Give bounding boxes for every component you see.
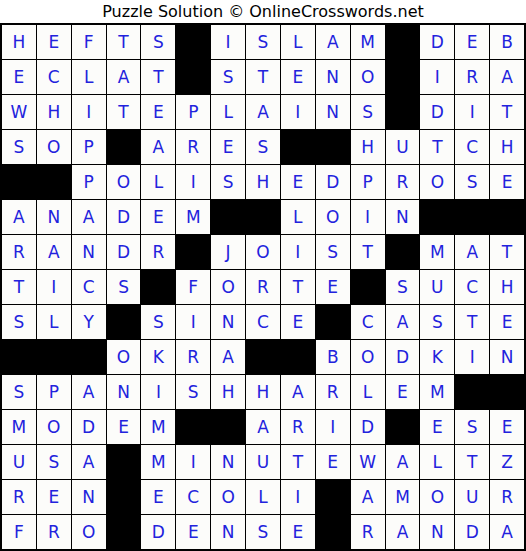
black-cell [107, 445, 141, 479]
grid-cell: H [490, 270, 524, 304]
grid-cell: K [141, 340, 175, 374]
grid-cell: O [420, 165, 454, 199]
grid-cell: H [211, 375, 245, 409]
grid-cell: E [141, 200, 175, 234]
grid-cell: R [37, 515, 71, 549]
grid-cell: W [351, 445, 385, 479]
grid-cell: E [281, 305, 315, 339]
grid-cell: S [386, 270, 420, 304]
grid-cell: A [141, 130, 175, 164]
grid-cell: A [455, 235, 489, 269]
crossword-grid: HEFTSISLAMDEBECLATSTENOIRAWHITEPLAINSDIT… [0, 23, 526, 551]
grid-cell: N [211, 305, 245, 339]
grid-cell: D [420, 25, 454, 59]
grid-cell: E [490, 305, 524, 339]
black-cell [211, 410, 245, 444]
grid-cell: C [455, 130, 489, 164]
grid-cell: O [316, 200, 350, 234]
grid-cell: U [455, 480, 489, 514]
grid-cell: H [246, 165, 280, 199]
puzzle-solution-page: Puzzle Solution © OnlineCrosswords.net H… [0, 0, 526, 551]
grid-cell: I [37, 270, 71, 304]
grid-cell: L [141, 165, 175, 199]
grid-cell: R [246, 270, 280, 304]
grid-cell: A [72, 375, 106, 409]
grid-cell: O [37, 130, 71, 164]
grid-cell: M [176, 200, 210, 234]
grid-cell: H [246, 375, 280, 409]
grid-cell: S [2, 130, 36, 164]
grid-cell: U [2, 445, 36, 479]
black-cell [490, 375, 524, 409]
grid-cell: H [351, 130, 385, 164]
grid-cell: M [351, 25, 385, 59]
grid-cell: S [246, 25, 280, 59]
grid-cell: C [72, 270, 106, 304]
grid-cell: A [37, 235, 71, 269]
grid-cell: B [316, 340, 350, 374]
grid-cell: I [176, 305, 210, 339]
grid-cell: A [386, 305, 420, 339]
grid-cell: T [420, 130, 454, 164]
grid-cell: D [107, 200, 141, 234]
grid-cell: A [316, 25, 350, 59]
grid-cell: A [351, 480, 385, 514]
grid-cell: T [490, 235, 524, 269]
grid-cell: R [2, 480, 36, 514]
black-cell [316, 130, 350, 164]
grid-cell: L [281, 25, 315, 59]
black-cell [316, 515, 350, 549]
grid-cell: O [420, 480, 454, 514]
grid-cell: O [37, 410, 71, 444]
black-cell [420, 200, 454, 234]
black-cell [281, 130, 315, 164]
grid-cell: I [420, 60, 454, 94]
grid-cell: N [37, 200, 71, 234]
grid-cell: R [386, 165, 420, 199]
grid-cell: S [176, 375, 210, 409]
grid-cell: M [2, 410, 36, 444]
grid-cell: N [211, 445, 245, 479]
grid-cell: I [176, 165, 210, 199]
grid-cell: F [2, 515, 36, 549]
grid-cell: O [246, 235, 280, 269]
grid-cell: S [2, 305, 36, 339]
grid-cell: L [420, 445, 454, 479]
grid-cell: T [351, 235, 385, 269]
black-cell [386, 235, 420, 269]
grid-cell: S [246, 515, 280, 549]
grid-cell: R [455, 60, 489, 94]
grid-cell: I [281, 95, 315, 129]
grid-cell: E [281, 60, 315, 94]
grid-cell: E [316, 270, 350, 304]
grid-cell: D [316, 165, 350, 199]
grid-cell: H [490, 130, 524, 164]
black-cell [37, 165, 71, 199]
grid-cell: E [37, 480, 71, 514]
grid-cell: E [107, 410, 141, 444]
grid-cell: S [420, 305, 454, 339]
grid-cell: L [281, 200, 315, 234]
grid-cell: N [72, 235, 106, 269]
grid-cell: J [211, 235, 245, 269]
black-cell [176, 60, 210, 94]
grid-cell: A [72, 200, 106, 234]
grid-cell: I [316, 410, 350, 444]
grid-cell: E [211, 130, 245, 164]
black-cell [211, 200, 245, 234]
black-cell [455, 200, 489, 234]
grid-cell: R [316, 375, 350, 409]
grid-cell: E [386, 375, 420, 409]
grid-cell: S [37, 445, 71, 479]
black-cell [37, 340, 71, 374]
grid-cell: C [246, 305, 280, 339]
grid-cell: D [386, 340, 420, 374]
black-cell [107, 515, 141, 549]
grid-cell: T [455, 305, 489, 339]
grid-cell: S [246, 130, 280, 164]
grid-cell: N [316, 95, 350, 129]
grid-cell: D [72, 410, 106, 444]
grid-cell: U [386, 130, 420, 164]
grid-cell: S [455, 165, 489, 199]
grid-cell: A [386, 515, 420, 549]
grid-cell: R [351, 515, 385, 549]
grid-cell: O [211, 270, 245, 304]
grid-cell: C [455, 270, 489, 304]
grid-cell: T [141, 60, 175, 94]
grid-cell: E [281, 165, 315, 199]
grid-cell: P [72, 130, 106, 164]
grid-cell: I [281, 235, 315, 269]
grid-cell: P [351, 165, 385, 199]
grid-cell: I [455, 340, 489, 374]
black-cell [386, 410, 420, 444]
grid-cell: T [107, 25, 141, 59]
grid-cell: K [420, 340, 454, 374]
grid-cell: A [490, 515, 524, 549]
grid-cell: E [420, 410, 454, 444]
grid-cell: H [2, 25, 36, 59]
grid-cell: A [246, 95, 280, 129]
grid-cell: R [176, 340, 210, 374]
grid-cell: I [141, 375, 175, 409]
grid-cell: O [72, 515, 106, 549]
grid-cell: O [211, 480, 245, 514]
black-cell [316, 480, 350, 514]
grid-cell: D [107, 235, 141, 269]
grid-cell: N [72, 480, 106, 514]
grid-cell: R [2, 235, 36, 269]
grid-cell: I [455, 95, 489, 129]
grid-cell: L [37, 305, 71, 339]
grid-cell: I [351, 200, 385, 234]
grid-cell: T [2, 270, 36, 304]
grid-cell: D [455, 515, 489, 549]
grid-cell: A [386, 445, 420, 479]
black-cell [107, 305, 141, 339]
grid-cell: R [281, 410, 315, 444]
grid-cell: I [281, 480, 315, 514]
grid-cell: U [420, 270, 454, 304]
grid-cell: P [37, 375, 71, 409]
grid-cell: D [351, 410, 385, 444]
black-cell [316, 305, 350, 339]
grid-cell: Z [490, 445, 524, 479]
grid-cell: Y [72, 305, 106, 339]
black-cell [2, 340, 36, 374]
black-cell [281, 340, 315, 374]
grid-cell: S [211, 165, 245, 199]
grid-cell: A [211, 340, 245, 374]
grid-cell: T [246, 60, 280, 94]
grid-cell: A [107, 60, 141, 94]
black-cell [72, 340, 106, 374]
grid-cell: U [246, 445, 280, 479]
black-cell [490, 200, 524, 234]
grid-cell: S [2, 375, 36, 409]
grid-cell: D [420, 95, 454, 129]
grid-cell: N [386, 200, 420, 234]
black-cell [386, 25, 420, 59]
grid-cell: N [490, 340, 524, 374]
black-cell [351, 270, 385, 304]
grid-cell: L [351, 375, 385, 409]
grid-cell: R [176, 130, 210, 164]
grid-cell: E [176, 515, 210, 549]
grid-cell: P [72, 165, 106, 199]
grid-cell: I [72, 95, 106, 129]
grid-cell: E [281, 515, 315, 549]
grid-cell: S [316, 235, 350, 269]
grid-cell: S [211, 60, 245, 94]
grid-cell: W [2, 95, 36, 129]
grid-cell: T [107, 95, 141, 129]
grid-cell: S [455, 410, 489, 444]
grid-cell: N [107, 375, 141, 409]
black-cell [386, 60, 420, 94]
grid-cell: C [351, 305, 385, 339]
grid-cell: E [490, 410, 524, 444]
grid-cell: N [316, 60, 350, 94]
grid-cell: O [351, 60, 385, 94]
black-cell [176, 235, 210, 269]
black-cell [141, 270, 175, 304]
grid-cell: R [141, 235, 175, 269]
grid-cell: A [2, 200, 36, 234]
grid-cell: E [316, 445, 350, 479]
grid-cell: F [72, 25, 106, 59]
grid-cell: A [246, 410, 280, 444]
grid-cell: B [490, 25, 524, 59]
grid-cell: P [176, 95, 210, 129]
black-cell [455, 375, 489, 409]
grid-cell: M [420, 235, 454, 269]
grid-cell: E [455, 25, 489, 59]
grid-cell: E [141, 480, 175, 514]
black-cell [246, 340, 280, 374]
grid-cell: S [141, 305, 175, 339]
grid-cell: M [141, 445, 175, 479]
grid-cell: N [211, 515, 245, 549]
black-cell [2, 165, 36, 199]
grid-cell: H [37, 95, 71, 129]
grid-cell: S [351, 95, 385, 129]
grid-cell: L [246, 480, 280, 514]
grid-cell: I [211, 25, 245, 59]
black-cell [176, 25, 210, 59]
black-cell [176, 410, 210, 444]
grid-cell: F [176, 270, 210, 304]
grid-cell: O [351, 340, 385, 374]
grid-cell: I [176, 445, 210, 479]
grid-cell: T [455, 445, 489, 479]
grid-cell: R [490, 480, 524, 514]
grid-cell: S [141, 25, 175, 59]
grid-cell: E [2, 60, 36, 94]
grid-cell: E [141, 95, 175, 129]
grid-cell: M [420, 375, 454, 409]
grid-cell: M [141, 410, 175, 444]
grid-cell: D [141, 515, 175, 549]
grid-cell: T [281, 270, 315, 304]
grid-cell: L [211, 95, 245, 129]
grid-cell: T [490, 95, 524, 129]
grid-cell: A [281, 375, 315, 409]
grid-cell: T [281, 445, 315, 479]
grid-cell: E [490, 165, 524, 199]
grid-cell: C [37, 60, 71, 94]
grid-cell: L [72, 60, 106, 94]
grid-cell: A [490, 60, 524, 94]
black-cell [246, 200, 280, 234]
black-cell [107, 480, 141, 514]
grid-cell: S [107, 270, 141, 304]
black-cell [386, 95, 420, 129]
grid-cell: N [420, 515, 454, 549]
black-cell [107, 130, 141, 164]
grid-cell: O [107, 340, 141, 374]
grid-cell: A [72, 445, 106, 479]
grid-cell: M [386, 480, 420, 514]
page-title: Puzzle Solution © OnlineCrosswords.net [0, 0, 526, 23]
grid-cell: E [37, 25, 71, 59]
grid-cell: C [176, 480, 210, 514]
grid-cell: O [107, 165, 141, 199]
